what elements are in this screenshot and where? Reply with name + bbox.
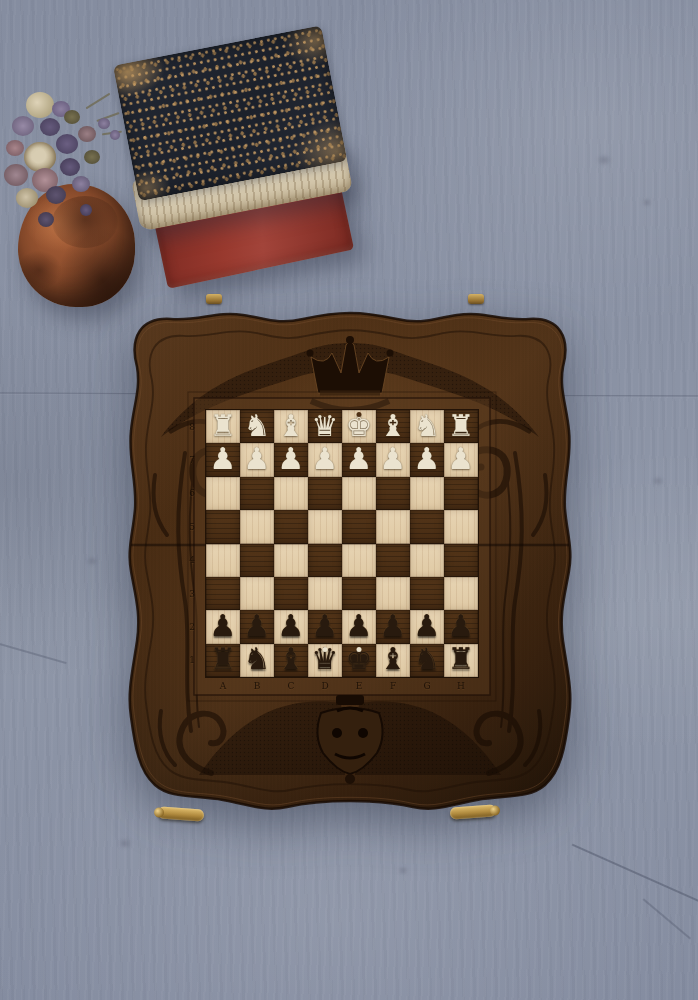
square-a6[interactable] [206, 477, 240, 510]
square-c2[interactable]: ♟ [274, 610, 308, 643]
square-b3[interactable] [240, 577, 274, 610]
finial-dot [357, 412, 362, 417]
white-bishop[interactable]: ♝ [380, 411, 407, 441]
square-g5[interactable] [410, 510, 444, 543]
black-queen[interactable]: ♛ [312, 644, 339, 674]
rank-label: 8 [189, 422, 195, 432]
white-pawn[interactable]: ♟ [380, 444, 407, 474]
file-label: G [423, 681, 430, 691]
concrete-crack [572, 844, 698, 902]
file-label: B [254, 681, 261, 691]
clasp-icon [450, 804, 497, 819]
white-pawn[interactable]: ♟ [448, 444, 475, 474]
concrete-stain [86, 556, 98, 566]
clasp-icon [158, 806, 205, 821]
black-knight[interactable]: ♞ [414, 644, 441, 674]
black-king[interactable]: ♚ [346, 644, 373, 674]
file-coordinates: ABCDEFGH [206, 679, 478, 693]
white-bishop[interactable]: ♝ [278, 411, 305, 441]
black-rook[interactable]: ♜ [210, 644, 237, 674]
finial-dot [323, 412, 328, 417]
rank-coordinates: 87654321 [184, 410, 200, 677]
white-rook[interactable]: ♜ [210, 411, 237, 441]
concrete-stain [642, 198, 652, 207]
square-b6[interactable] [240, 477, 274, 510]
rank-label: 5 [189, 522, 195, 532]
square-a4[interactable] [206, 544, 240, 577]
square-f3[interactable] [376, 577, 410, 610]
square-b2[interactable]: ♟ [240, 610, 274, 643]
white-pawn[interactable]: ♟ [278, 444, 305, 474]
square-d4[interactable] [308, 544, 342, 577]
square-g1[interactable]: ♞ [410, 644, 444, 677]
file-label: D [321, 681, 328, 691]
square-f7[interactable]: ♟ [376, 443, 410, 476]
square-h1[interactable]: ♜ [444, 644, 478, 677]
square-g2[interactable]: ♟ [410, 610, 444, 643]
square-f4[interactable] [376, 544, 410, 577]
rank-label: 1 [189, 655, 195, 665]
black-bishop[interactable]: ♝ [380, 644, 407, 674]
square-h5[interactable] [444, 510, 478, 543]
rank-label: 2 [189, 622, 195, 632]
black-bishop[interactable]: ♝ [278, 644, 305, 674]
finial-dot [357, 647, 362, 652]
square-d7[interactable]: ♟ [308, 443, 342, 476]
photo-scene: ♜♞♝♛♚♝♞♜♟♟♟♟♟♟♟♟♟♟♟♟♟♟♟♟♜♞♝♛♚♝♞♜ 8765432… [0, 0, 698, 1000]
square-f8[interactable]: ♝ [376, 410, 410, 443]
square-f5[interactable] [376, 510, 410, 543]
square-f6[interactable] [376, 477, 410, 510]
black-pawn[interactable]: ♟ [312, 611, 339, 641]
square-c8[interactable]: ♝ [274, 410, 308, 443]
square-a5[interactable] [206, 510, 240, 543]
square-d6[interactable] [308, 477, 342, 510]
concrete-crack [0, 642, 67, 664]
white-knight[interactable]: ♞ [414, 411, 441, 441]
concrete-stain [596, 154, 612, 166]
rank-label: 6 [189, 488, 195, 498]
white-king[interactable]: ♚ [346, 411, 373, 441]
rank-label: 3 [189, 589, 195, 599]
square-e8[interactable]: ♚ [342, 410, 376, 443]
square-c7[interactable]: ♟ [274, 443, 308, 476]
square-g8[interactable]: ♞ [410, 410, 444, 443]
white-pawn[interactable]: ♟ [312, 444, 339, 474]
square-d5[interactable] [308, 510, 342, 543]
file-label: F [390, 681, 396, 691]
concrete-stain [398, 866, 408, 875]
black-knight[interactable]: ♞ [244, 644, 271, 674]
finial-dot [323, 647, 328, 652]
black-rook[interactable]: ♜ [448, 644, 475, 674]
square-g4[interactable] [410, 544, 444, 577]
black-pawn[interactable]: ♟ [244, 611, 271, 641]
white-pawn[interactable]: ♟ [346, 444, 373, 474]
square-a7[interactable]: ♟ [206, 443, 240, 476]
file-label: H [457, 681, 465, 691]
square-h8[interactable]: ♜ [444, 410, 478, 443]
square-e6[interactable] [342, 477, 376, 510]
square-g3[interactable] [410, 577, 444, 610]
square-b4[interactable] [240, 544, 274, 577]
rank-label: 4 [189, 555, 195, 565]
square-d2[interactable]: ♟ [308, 610, 342, 643]
file-label: A [220, 681, 227, 691]
black-pawn[interactable]: ♟ [278, 611, 305, 641]
black-pawn[interactable]: ♟ [414, 611, 441, 641]
square-f2[interactable]: ♟ [376, 610, 410, 643]
white-rook[interactable]: ♜ [448, 411, 475, 441]
square-c3[interactable] [274, 577, 308, 610]
square-a8[interactable]: ♜ [206, 410, 240, 443]
white-pawn[interactable]: ♟ [414, 444, 441, 474]
concrete-stain [118, 838, 132, 849]
square-b8[interactable]: ♞ [240, 410, 274, 443]
file-label: C [288, 681, 295, 691]
square-b7[interactable]: ♟ [240, 443, 274, 476]
rank-label: 7 [189, 455, 195, 465]
square-e4[interactable] [342, 544, 376, 577]
file-label: E [356, 681, 363, 691]
square-h3[interactable] [444, 577, 478, 610]
square-c6[interactable] [274, 477, 308, 510]
square-e1[interactable]: ♚ [342, 644, 376, 677]
square-a2[interactable]: ♟ [206, 610, 240, 643]
white-pawn[interactable]: ♟ [210, 444, 237, 474]
black-pawn[interactable]: ♟ [210, 611, 237, 641]
square-e7[interactable]: ♟ [342, 443, 376, 476]
square-f1[interactable]: ♝ [376, 644, 410, 677]
square-b1[interactable]: ♞ [240, 644, 274, 677]
black-pawn[interactable]: ♟ [346, 611, 373, 641]
square-e3[interactable] [342, 577, 376, 610]
square-h6[interactable] [444, 477, 478, 510]
square-h4[interactable] [444, 544, 478, 577]
black-pawn[interactable]: ♟ [448, 611, 475, 641]
square-d1[interactable]: ♛ [308, 644, 342, 677]
white-pawn[interactable]: ♟ [244, 444, 271, 474]
concrete-stain [652, 476, 664, 486]
square-d8[interactable]: ♛ [308, 410, 342, 443]
square-b5[interactable] [240, 510, 274, 543]
square-g6[interactable] [410, 477, 444, 510]
white-queen[interactable]: ♛ [312, 411, 339, 441]
square-c1[interactable]: ♝ [274, 644, 308, 677]
square-h2[interactable]: ♟ [444, 610, 478, 643]
square-a3[interactable] [206, 577, 240, 610]
chess-grid: ♜♞♝♛♚♝♞♜♟♟♟♟♟♟♟♟♟♟♟♟♟♟♟♟♜♞♝♛♚♝♞♜ [206, 410, 478, 677]
square-h7[interactable]: ♟ [444, 443, 478, 476]
square-g7[interactable]: ♟ [410, 443, 444, 476]
square-e2[interactable]: ♟ [342, 610, 376, 643]
concrete-crack [643, 898, 691, 939]
black-pawn[interactable]: ♟ [380, 611, 407, 641]
square-e5[interactable] [342, 510, 376, 543]
white-knight[interactable]: ♞ [244, 411, 271, 441]
square-c4[interactable] [274, 544, 308, 577]
square-d3[interactable] [308, 577, 342, 610]
square-a1[interactable]: ♜ [206, 644, 240, 677]
square-c5[interactable] [274, 510, 308, 543]
